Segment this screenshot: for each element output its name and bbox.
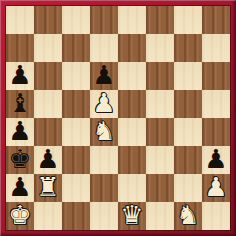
white-queen-e1[interactable]: ♛ xyxy=(120,202,143,229)
square-d7[interactable] xyxy=(90,34,118,62)
square-d4[interactable]: ♞ xyxy=(90,118,118,146)
square-f6[interactable] xyxy=(146,62,174,90)
square-a5[interactable]: ♝ xyxy=(6,90,34,118)
square-a8[interactable] xyxy=(6,6,34,34)
square-e7[interactable] xyxy=(118,34,146,62)
square-f8[interactable] xyxy=(146,6,174,34)
white-knight-g1[interactable]: ♞ xyxy=(176,202,199,229)
square-h4[interactable] xyxy=(202,118,230,146)
square-g3[interactable] xyxy=(174,146,202,174)
square-h1[interactable] xyxy=(202,202,230,230)
square-g8[interactable] xyxy=(174,6,202,34)
black-pawn-h3[interactable]: ♟ xyxy=(204,146,227,173)
square-a3[interactable]: ♚ xyxy=(6,146,34,174)
square-b7[interactable] xyxy=(34,34,62,62)
square-e6[interactable] xyxy=(118,62,146,90)
square-a7[interactable] xyxy=(6,34,34,62)
square-a2[interactable]: ♟ xyxy=(6,174,34,202)
white-pawn-d5[interactable]: ♟ xyxy=(92,90,115,117)
square-e4[interactable] xyxy=(118,118,146,146)
square-a6[interactable]: ♟ xyxy=(6,62,34,90)
square-h5[interactable] xyxy=(202,90,230,118)
white-rook-b2[interactable]: ♜ xyxy=(36,174,59,201)
black-pawn-a6[interactable]: ♟ xyxy=(8,62,31,89)
square-c5[interactable] xyxy=(62,90,90,118)
square-f7[interactable] xyxy=(146,34,174,62)
square-e5[interactable] xyxy=(118,90,146,118)
square-a4[interactable]: ♟ xyxy=(6,118,34,146)
square-f5[interactable] xyxy=(146,90,174,118)
chess-board: ♟♟♝♟♟♞♚♟♟♟♜♟♚♛♞ xyxy=(6,6,230,230)
square-e8[interactable] xyxy=(118,6,146,34)
square-e3[interactable] xyxy=(118,146,146,174)
square-h7[interactable] xyxy=(202,34,230,62)
square-d3[interactable] xyxy=(90,146,118,174)
square-d2[interactable] xyxy=(90,174,118,202)
square-c4[interactable] xyxy=(62,118,90,146)
square-f2[interactable] xyxy=(146,174,174,202)
square-b3[interactable]: ♟ xyxy=(34,146,62,174)
square-g1[interactable]: ♞ xyxy=(174,202,202,230)
square-f4[interactable] xyxy=(146,118,174,146)
square-d1[interactable] xyxy=(90,202,118,230)
black-bishop-a5[interactable]: ♝ xyxy=(8,90,31,117)
white-knight-d4[interactable]: ♞ xyxy=(92,118,115,145)
black-pawn-a4[interactable]: ♟ xyxy=(8,118,31,145)
square-c3[interactable] xyxy=(62,146,90,174)
square-h6[interactable] xyxy=(202,62,230,90)
square-f3[interactable] xyxy=(146,146,174,174)
square-e1[interactable]: ♛ xyxy=(118,202,146,230)
square-b5[interactable] xyxy=(34,90,62,118)
white-king-a1[interactable]: ♚ xyxy=(8,202,31,229)
black-pawn-a2[interactable]: ♟ xyxy=(8,174,31,201)
square-b4[interactable] xyxy=(34,118,62,146)
black-pawn-d6[interactable]: ♟ xyxy=(92,62,115,89)
square-g6[interactable] xyxy=(174,62,202,90)
square-d5[interactable]: ♟ xyxy=(90,90,118,118)
black-king-a3[interactable]: ♚ xyxy=(8,146,31,173)
square-g4[interactable] xyxy=(174,118,202,146)
square-g7[interactable] xyxy=(174,34,202,62)
square-c7[interactable] xyxy=(62,34,90,62)
square-b2[interactable]: ♜ xyxy=(34,174,62,202)
square-c2[interactable] xyxy=(62,174,90,202)
square-d6[interactable]: ♟ xyxy=(90,62,118,90)
white-pawn-h2[interactable]: ♟ xyxy=(204,174,227,201)
square-e2[interactable] xyxy=(118,174,146,202)
square-h2[interactable]: ♟ xyxy=(202,174,230,202)
square-a1[interactable]: ♚ xyxy=(6,202,34,230)
square-g2[interactable] xyxy=(174,174,202,202)
black-pawn-b3[interactable]: ♟ xyxy=(36,146,59,173)
square-d8[interactable] xyxy=(90,6,118,34)
square-c1[interactable] xyxy=(62,202,90,230)
square-b6[interactable] xyxy=(34,62,62,90)
square-h3[interactable]: ♟ xyxy=(202,146,230,174)
square-b1[interactable] xyxy=(34,202,62,230)
square-c8[interactable] xyxy=(62,6,90,34)
square-f1[interactable] xyxy=(146,202,174,230)
square-c6[interactable] xyxy=(62,62,90,90)
square-g5[interactable] xyxy=(174,90,202,118)
board-frame: ♟♟♝♟♟♞♚♟♟♟♜♟♚♛♞ xyxy=(0,0,236,236)
square-b8[interactable] xyxy=(34,6,62,34)
square-h8[interactable] xyxy=(202,6,230,34)
